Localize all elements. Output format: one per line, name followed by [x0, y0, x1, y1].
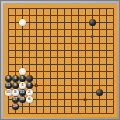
board-frame: 531119471081321715619abc	[0, 0, 120, 120]
stone-black: 15	[19, 96, 26, 103]
move-number: 1	[21, 76, 23, 80]
move-number: 15	[20, 97, 24, 101]
stone-black: 1	[19, 75, 26, 82]
stone-black: 3	[12, 75, 19, 82]
grid-line-vertical	[113, 8, 114, 114]
variation-label-a[interactable]: a	[82, 96, 89, 103]
stone-black: 9	[12, 82, 19, 89]
move-number: 13	[20, 90, 24, 94]
go-board[interactable]: 531119471081321715619abc	[3, 3, 117, 117]
stone-black: 17	[12, 96, 19, 103]
stone-black: 11	[5, 82, 12, 89]
variation-label-b[interactable]: b	[33, 82, 40, 89]
stone-white: 4	[19, 82, 26, 89]
stone-white: 2	[26, 89, 33, 96]
grid-line-vertical	[106, 8, 107, 114]
grid-line-horizontal	[8, 113, 114, 114]
move-number: 8	[14, 90, 16, 94]
grid-line-horizontal	[8, 106, 114, 107]
stone-white	[19, 19, 26, 26]
stone-white: 6	[26, 96, 33, 103]
stone-black: 13	[19, 89, 26, 96]
move-number: 6	[28, 97, 30, 101]
stone-black: 7	[26, 82, 33, 89]
stone-black	[89, 19, 96, 26]
move-number: 5	[7, 76, 9, 80]
move-number: 7	[28, 83, 30, 87]
move-number: 9	[14, 83, 16, 87]
stone-black: 19	[12, 103, 19, 110]
stone-white	[19, 68, 26, 75]
stone-white: 8	[12, 89, 19, 96]
move-number: 4	[21, 83, 23, 87]
move-number: 11	[6, 83, 10, 87]
move-number: 2	[28, 90, 30, 94]
stone-black: 5	[5, 75, 12, 82]
move-number: 3	[14, 76, 16, 80]
move-number: 10	[6, 90, 10, 94]
move-number: 17	[13, 97, 17, 101]
stone-black	[96, 89, 103, 96]
variation-label-c[interactable]: c	[89, 33, 96, 40]
stone-black	[26, 75, 33, 82]
move-number: 19	[13, 104, 17, 108]
stone-white: 10	[5, 89, 12, 96]
